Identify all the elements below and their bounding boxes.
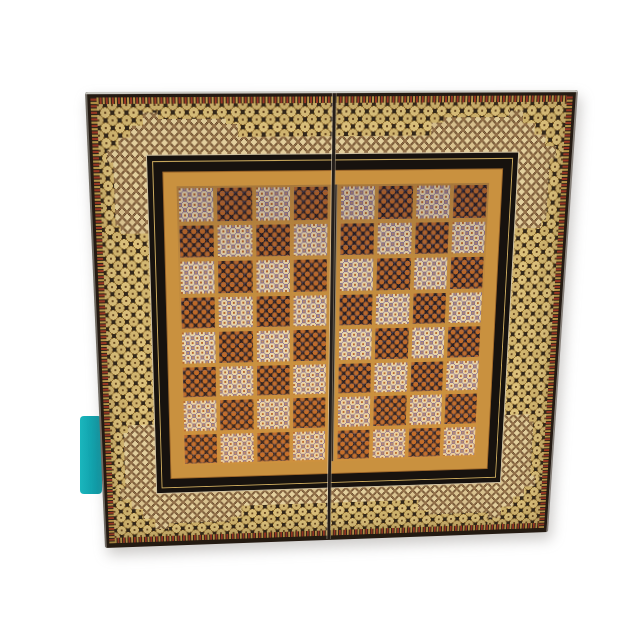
khatam-chessboard <box>85 90 578 548</box>
square-b6[interactable] <box>218 261 252 293</box>
square-c1[interactable] <box>257 432 289 462</box>
square-d5[interactable] <box>293 295 326 327</box>
photo-background: { "game": "chess", "description": "Overh… <box>0 0 640 640</box>
square-b5[interactable] <box>219 296 253 328</box>
square-f6[interactable] <box>377 258 411 290</box>
square-a1[interactable] <box>184 434 217 464</box>
square-d2[interactable] <box>293 397 326 427</box>
square-e1[interactable] <box>337 429 369 459</box>
square-f7[interactable] <box>377 222 411 254</box>
square-g6[interactable] <box>413 257 447 289</box>
square-f4[interactable] <box>375 328 408 359</box>
square-d1[interactable] <box>293 431 325 461</box>
square-a4[interactable] <box>182 332 216 363</box>
square-c5[interactable] <box>256 295 289 327</box>
board-left-half <box>177 185 330 466</box>
square-h6[interactable] <box>450 257 484 289</box>
square-b8[interactable] <box>217 188 252 221</box>
square-a2[interactable] <box>183 400 216 431</box>
square-c6[interactable] <box>256 260 290 292</box>
square-h8[interactable] <box>453 185 488 218</box>
scene <box>0 0 640 640</box>
square-h1[interactable] <box>443 426 476 456</box>
square-c3[interactable] <box>256 365 289 396</box>
square-b4[interactable] <box>219 331 253 362</box>
square-d3[interactable] <box>293 364 326 395</box>
square-f2[interactable] <box>373 395 406 425</box>
square-h7[interactable] <box>451 221 485 253</box>
square-a5[interactable] <box>181 297 215 329</box>
square-g8[interactable] <box>416 185 451 218</box>
square-e6[interactable] <box>340 259 374 291</box>
square-g1[interactable] <box>408 427 441 457</box>
square-g3[interactable] <box>410 361 443 392</box>
square-e5[interactable] <box>339 294 372 326</box>
square-f8[interactable] <box>378 186 412 219</box>
square-e2[interactable] <box>338 396 371 426</box>
square-g4[interactable] <box>411 327 444 358</box>
square-a7[interactable] <box>179 225 214 258</box>
square-d6[interactable] <box>293 259 327 291</box>
square-e3[interactable] <box>338 363 371 394</box>
square-c2[interactable] <box>257 398 290 428</box>
square-h2[interactable] <box>444 394 477 424</box>
square-g7[interactable] <box>414 222 448 254</box>
square-e8[interactable] <box>341 186 375 219</box>
square-a6[interactable] <box>180 261 215 293</box>
square-c8[interactable] <box>256 187 290 220</box>
square-b1[interactable] <box>221 433 254 463</box>
square-f5[interactable] <box>376 293 410 324</box>
square-d4[interactable] <box>293 330 326 361</box>
square-d8[interactable] <box>294 187 328 220</box>
square-h4[interactable] <box>447 326 480 357</box>
square-d7[interactable] <box>293 223 327 256</box>
square-h5[interactable] <box>448 292 482 323</box>
square-c4[interactable] <box>256 330 289 361</box>
square-e7[interactable] <box>340 223 374 255</box>
square-a8[interactable] <box>179 188 214 221</box>
board-shadow-layer <box>0 0 640 640</box>
square-h3[interactable] <box>446 360 479 390</box>
square-g5[interactable] <box>412 293 446 324</box>
square-b7[interactable] <box>218 224 252 257</box>
square-g2[interactable] <box>409 394 442 424</box>
square-f3[interactable] <box>374 362 407 393</box>
square-b2[interactable] <box>220 399 253 429</box>
square-f1[interactable] <box>373 428 405 458</box>
board-right-half <box>336 183 490 461</box>
square-a3[interactable] <box>183 366 217 397</box>
board-perspective-wrap <box>85 90 578 548</box>
square-c7[interactable] <box>256 224 290 257</box>
square-e4[interactable] <box>339 329 372 360</box>
square-b3[interactable] <box>220 366 253 397</box>
